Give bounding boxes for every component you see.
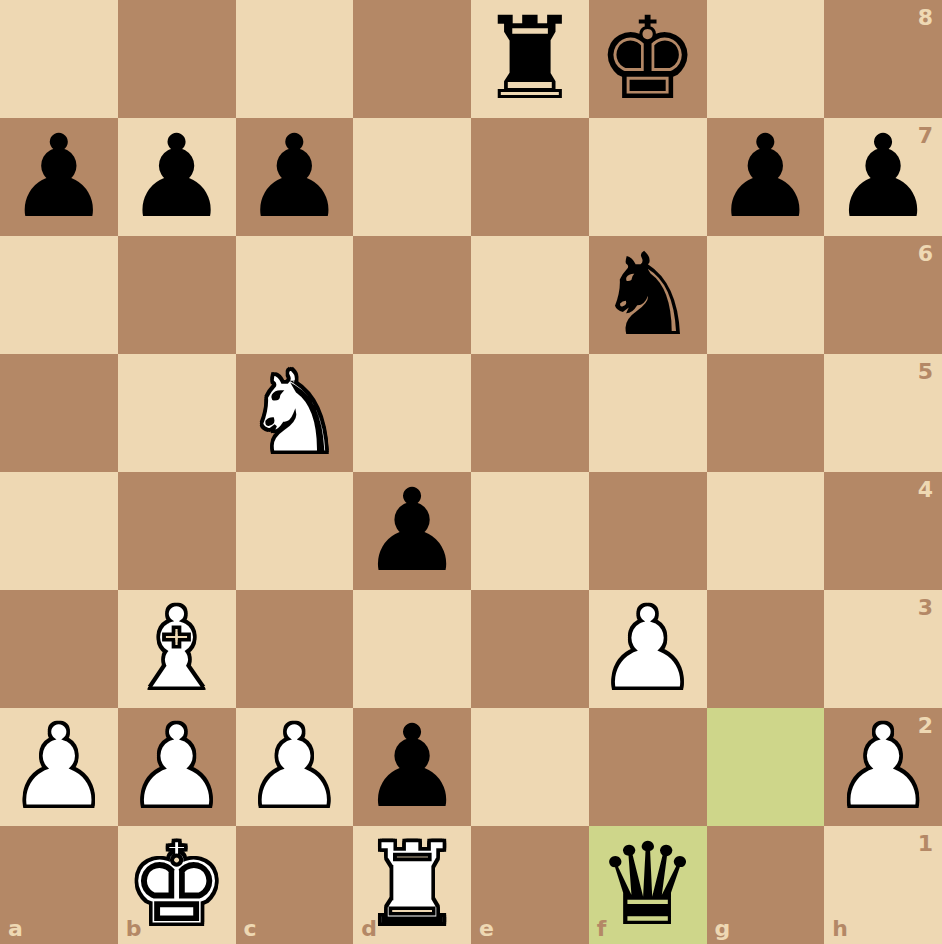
square-a6[interactable] bbox=[0, 236, 118, 354]
rank-label-5: 5 bbox=[918, 361, 933, 383]
square-e3[interactable] bbox=[471, 590, 589, 708]
square-e5[interactable] bbox=[471, 354, 589, 472]
file-label-g: g bbox=[715, 918, 731, 940]
file-label-e: e bbox=[479, 918, 494, 940]
square-h6[interactable]: 6 bbox=[824, 236, 942, 354]
piece-black-pawn[interactable]: ♟ bbox=[243, 120, 345, 234]
file-label-f: f bbox=[597, 918, 607, 940]
square-a8[interactable] bbox=[0, 0, 118, 118]
square-g6[interactable] bbox=[707, 236, 825, 354]
square-g5[interactable] bbox=[707, 354, 825, 472]
piece-black-pawn[interactable]: ♟ bbox=[361, 474, 463, 588]
square-d6[interactable] bbox=[353, 236, 471, 354]
square-h3[interactable]: 3 bbox=[824, 590, 942, 708]
square-f4[interactable] bbox=[589, 472, 707, 590]
square-f7[interactable] bbox=[589, 118, 707, 236]
square-b2[interactable]: ♟ bbox=[118, 708, 236, 826]
square-c1[interactable]: c bbox=[236, 826, 354, 944]
square-g3[interactable] bbox=[707, 590, 825, 708]
chess-board: ♜♚8♟♟♟♟7♟♞6♞5♟4♝♟3♟♟♟♟2♟ab♚cd♜ef♛gh1 bbox=[0, 0, 942, 944]
rank-label-6: 6 bbox=[918, 243, 933, 265]
square-f1[interactable]: f♛ bbox=[589, 826, 707, 944]
square-h4[interactable]: 4 bbox=[824, 472, 942, 590]
square-d8[interactable] bbox=[353, 0, 471, 118]
square-c8[interactable] bbox=[236, 0, 354, 118]
square-g4[interactable] bbox=[707, 472, 825, 590]
square-g2[interactable] bbox=[707, 708, 825, 826]
file-label-b: b bbox=[126, 918, 142, 940]
square-a3[interactable] bbox=[0, 590, 118, 708]
piece-black-knight[interactable]: ♞ bbox=[597, 238, 699, 352]
square-c6[interactable] bbox=[236, 236, 354, 354]
piece-white-pawn[interactable]: ♟ bbox=[8, 710, 110, 824]
file-label-d: d bbox=[361, 918, 377, 940]
square-b4[interactable] bbox=[118, 472, 236, 590]
square-h8[interactable]: 8 bbox=[824, 0, 942, 118]
file-label-a: a bbox=[8, 918, 23, 940]
square-h1[interactable]: h1 bbox=[824, 826, 942, 944]
square-h5[interactable]: 5 bbox=[824, 354, 942, 472]
rank-label-3: 3 bbox=[918, 597, 933, 619]
piece-white-knight[interactable]: ♞ bbox=[243, 356, 345, 470]
piece-white-pawn[interactable]: ♟ bbox=[597, 592, 699, 706]
rank-label-8: 8 bbox=[918, 7, 933, 29]
square-d3[interactable] bbox=[353, 590, 471, 708]
square-f2[interactable] bbox=[589, 708, 707, 826]
square-c5[interactable]: ♞ bbox=[236, 354, 354, 472]
square-b3[interactable]: ♝ bbox=[118, 590, 236, 708]
square-e1[interactable]: e bbox=[471, 826, 589, 944]
square-h7[interactable]: 7♟ bbox=[824, 118, 942, 236]
square-e7[interactable] bbox=[471, 118, 589, 236]
square-h2[interactable]: 2♟ bbox=[824, 708, 942, 826]
square-c3[interactable] bbox=[236, 590, 354, 708]
square-e2[interactable] bbox=[471, 708, 589, 826]
piece-white-bishop[interactable]: ♝ bbox=[126, 592, 228, 706]
piece-black-pawn[interactable]: ♟ bbox=[8, 120, 110, 234]
square-b6[interactable] bbox=[118, 236, 236, 354]
square-f5[interactable] bbox=[589, 354, 707, 472]
square-a5[interactable] bbox=[0, 354, 118, 472]
square-b5[interactable] bbox=[118, 354, 236, 472]
file-label-h: h bbox=[832, 918, 848, 940]
square-e4[interactable] bbox=[471, 472, 589, 590]
square-d1[interactable]: d♜ bbox=[353, 826, 471, 944]
square-a2[interactable]: ♟ bbox=[0, 708, 118, 826]
piece-black-pawn[interactable]: ♟ bbox=[361, 710, 463, 824]
piece-black-pawn[interactable]: ♟ bbox=[714, 120, 816, 234]
piece-black-queen[interactable]: ♛ bbox=[597, 828, 699, 942]
piece-white-pawn[interactable]: ♟ bbox=[243, 710, 345, 824]
square-c7[interactable]: ♟ bbox=[236, 118, 354, 236]
square-d7[interactable] bbox=[353, 118, 471, 236]
square-b1[interactable]: b♚ bbox=[118, 826, 236, 944]
rank-label-7: 7 bbox=[918, 125, 933, 147]
square-d2[interactable]: ♟ bbox=[353, 708, 471, 826]
square-d4[interactable]: ♟ bbox=[353, 472, 471, 590]
piece-black-rook[interactable]: ♜ bbox=[479, 2, 581, 116]
piece-white-pawn[interactable]: ♟ bbox=[126, 710, 228, 824]
rank-label-1: 1 bbox=[918, 833, 933, 855]
square-c4[interactable] bbox=[236, 472, 354, 590]
rank-label-2: 2 bbox=[918, 715, 933, 737]
square-b7[interactable]: ♟ bbox=[118, 118, 236, 236]
square-f6[interactable]: ♞ bbox=[589, 236, 707, 354]
square-g1[interactable]: g bbox=[707, 826, 825, 944]
file-label-c: c bbox=[244, 918, 257, 940]
rank-label-4: 4 bbox=[918, 479, 933, 501]
square-a1[interactable]: a bbox=[0, 826, 118, 944]
square-f3[interactable]: ♟ bbox=[589, 590, 707, 708]
piece-black-pawn[interactable]: ♟ bbox=[126, 120, 228, 234]
square-f8[interactable]: ♚ bbox=[589, 0, 707, 118]
square-g8[interactable] bbox=[707, 0, 825, 118]
square-b8[interactable] bbox=[118, 0, 236, 118]
square-a4[interactable] bbox=[0, 472, 118, 590]
piece-black-king[interactable]: ♚ bbox=[597, 2, 699, 116]
square-a7[interactable]: ♟ bbox=[0, 118, 118, 236]
square-e8[interactable]: ♜ bbox=[471, 0, 589, 118]
square-d5[interactable] bbox=[353, 354, 471, 472]
square-c2[interactable]: ♟ bbox=[236, 708, 354, 826]
square-g7[interactable]: ♟ bbox=[707, 118, 825, 236]
square-e6[interactable] bbox=[471, 236, 589, 354]
